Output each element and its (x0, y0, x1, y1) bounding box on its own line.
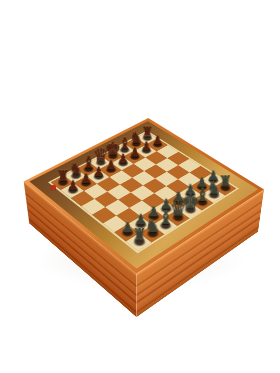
black-pawn-a7: ♟ (67, 178, 79, 191)
black-pawn-b7: ♟ (80, 171, 92, 184)
black-pawn-c7: ♟ (93, 164, 105, 177)
black-pawn-d7: ♟ (105, 158, 117, 171)
black-pawn-h7: ♟ (152, 133, 163, 145)
black-pawn-g7: ♟ (141, 139, 152, 152)
white-rook-a1: ♜ (132, 226, 147, 243)
chess-box-3d: ♜♞♝♛♚♝♞♜♟♟♟♟♟♟♟♟♟♟♟♟♟♟♟♟♜♞♝♛♚♝♞♜ (27, 138, 261, 295)
scene-3d: ♜♞♝♛♚♝♞♜♟♟♟♟♟♟♟♟♟♟♟♟♟♟♟♟♜♞♝♛♚♝♞♜ (0, 0, 280, 373)
black-pawn-f7: ♟ (129, 145, 140, 158)
black-pawn-e7: ♟ (117, 151, 128, 164)
product-photo: ♜♞♝♛♚♝♞♜♟♟♟♟♟♟♟♟♟♟♟♟♟♟♟♟♜♞♝♛♚♝♞♜ (0, 0, 280, 373)
latch-pin (51, 185, 56, 190)
square-g4 (167, 165, 190, 179)
